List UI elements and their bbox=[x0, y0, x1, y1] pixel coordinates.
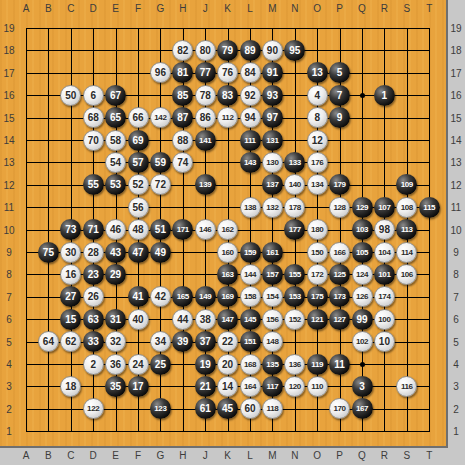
stone-Q6-move-99[interactable]: 99 bbox=[352, 309, 373, 330]
stone-L13-move-143[interactable]: 143 bbox=[240, 152, 261, 173]
label-left-12: 12 bbox=[3, 179, 14, 190]
stone-G10-move-51[interactable]: 51 bbox=[150, 219, 171, 240]
stone-L17-move-84[interactable]: 84 bbox=[240, 62, 261, 83]
stone-N7-move-153[interactable]: 153 bbox=[284, 286, 305, 307]
label-bottom-O: O bbox=[313, 450, 321, 461]
stone-D2-move-122[interactable]: 122 bbox=[83, 398, 104, 419]
stone-L18-move-89[interactable]: 89 bbox=[240, 40, 261, 61]
stone-G4-move-25[interactable]: 25 bbox=[150, 354, 171, 375]
label-bottom-N: N bbox=[291, 450, 298, 461]
stone-B9-move-75[interactable]: 75 bbox=[38, 242, 59, 263]
stone-K15-move-112[interactable]: 112 bbox=[217, 107, 238, 128]
stone-M14-move-131[interactable]: 131 bbox=[262, 130, 283, 151]
stone-J16-move-78[interactable]: 78 bbox=[195, 85, 216, 106]
stone-F14-move-69[interactable]: 69 bbox=[128, 130, 149, 151]
stone-K6-move-147[interactable]: 147 bbox=[217, 309, 238, 330]
label-top-H: H bbox=[179, 3, 186, 14]
stone-G17-move-96[interactable]: 96 bbox=[150, 62, 171, 83]
stone-S3-move-116[interactable]: 116 bbox=[396, 376, 417, 397]
label-top-A: A bbox=[23, 3, 30, 14]
stone-E16-move-67[interactable]: 67 bbox=[105, 85, 126, 106]
stone-P15-move-9[interactable]: 9 bbox=[329, 107, 350, 128]
stone-M7-move-154[interactable]: 154 bbox=[262, 286, 283, 307]
label-right-18: 18 bbox=[450, 45, 461, 56]
stone-R6-move-100[interactable]: 100 bbox=[374, 309, 395, 330]
stone-M8-move-157[interactable]: 157 bbox=[262, 264, 283, 285]
stone-F13-move-57[interactable]: 57 bbox=[128, 152, 149, 173]
stone-E4-move-36[interactable]: 36 bbox=[105, 354, 126, 375]
stone-D5-move-33[interactable]: 33 bbox=[83, 331, 104, 352]
label-left-9: 9 bbox=[6, 247, 12, 258]
stone-D6-move-63[interactable]: 63 bbox=[83, 309, 104, 330]
stone-J2-move-61[interactable]: 61 bbox=[195, 398, 216, 419]
stone-P11-move-128[interactable]: 128 bbox=[329, 197, 350, 218]
stone-G9-move-49[interactable]: 49 bbox=[150, 242, 171, 263]
stone-J14-move-141[interactable]: 141 bbox=[195, 130, 216, 151]
stone-L16-move-92[interactable]: 92 bbox=[240, 85, 261, 106]
stone-C7-move-27[interactable]: 27 bbox=[60, 286, 81, 307]
stone-J18-move-80[interactable]: 80 bbox=[195, 40, 216, 61]
stone-H6-move-44[interactable]: 44 bbox=[172, 309, 193, 330]
stone-L6-move-145[interactable]: 145 bbox=[240, 309, 261, 330]
stone-F10-move-48[interactable]: 48 bbox=[128, 219, 149, 240]
stone-K3-move-14[interactable]: 14 bbox=[217, 376, 238, 397]
stone-G12-move-72[interactable]: 72 bbox=[150, 174, 171, 195]
stone-J6-move-38[interactable]: 38 bbox=[195, 309, 216, 330]
label-left-6: 6 bbox=[6, 314, 12, 325]
stone-M15-move-97[interactable]: 97 bbox=[262, 107, 283, 128]
label-left-14: 14 bbox=[3, 135, 14, 146]
stone-F7-move-41[interactable]: 41 bbox=[128, 286, 149, 307]
stone-P12-move-179[interactable]: 179 bbox=[329, 174, 350, 195]
stone-D4-move-2[interactable]: 2 bbox=[83, 354, 104, 375]
stone-C6-move-15[interactable]: 15 bbox=[60, 309, 81, 330]
stone-R8-move-101[interactable]: 101 bbox=[374, 264, 395, 285]
label-right-11: 11 bbox=[451, 202, 461, 213]
stone-O17-move-13[interactable]: 13 bbox=[307, 62, 328, 83]
stone-D15-move-68[interactable]: 68 bbox=[83, 107, 104, 128]
label-bottom-K: K bbox=[224, 450, 231, 461]
stone-F4-move-24[interactable]: 24 bbox=[128, 354, 149, 375]
label-right-2: 2 bbox=[453, 403, 459, 414]
label-bottom-M: M bbox=[268, 450, 276, 461]
stone-F11-move-56[interactable]: 56 bbox=[128, 197, 149, 218]
stone-N10-move-177[interactable]: 177 bbox=[284, 219, 305, 240]
stone-F15-move-66[interactable]: 66 bbox=[128, 107, 149, 128]
stone-K17-move-76[interactable]: 76 bbox=[217, 62, 238, 83]
label-bottom-R: R bbox=[381, 450, 388, 461]
stone-Q10-move-103[interactable]: 103 bbox=[352, 219, 373, 240]
stone-P8-move-125[interactable]: 125 bbox=[329, 264, 350, 285]
stone-L8-move-144[interactable]: 144 bbox=[240, 264, 261, 285]
stone-C9-move-30[interactable]: 30 bbox=[60, 242, 81, 263]
stone-L4-move-168[interactable]: 168 bbox=[240, 354, 261, 375]
label-left-19: 19 bbox=[3, 23, 14, 34]
stone-O16-move-4[interactable]: 4 bbox=[307, 85, 328, 106]
stone-G2-move-123[interactable]: 123 bbox=[150, 398, 171, 419]
stone-D16-move-6[interactable]: 6 bbox=[83, 85, 104, 106]
stone-H18-move-82[interactable]: 82 bbox=[172, 40, 193, 61]
stone-L14-move-111[interactable]: 111 bbox=[240, 130, 261, 151]
go-game-record-screen: 1234567891011121314151617181920212223242… bbox=[0, 0, 465, 465]
stone-N3-move-120[interactable]: 120 bbox=[284, 376, 305, 397]
stone-Q5-move-102[interactable]: 102 bbox=[352, 331, 373, 352]
stone-K2-move-45[interactable]: 45 bbox=[217, 398, 238, 419]
label-right-7: 7 bbox=[453, 291, 459, 302]
stone-M16-move-93[interactable]: 93 bbox=[262, 85, 283, 106]
stone-N11-move-178[interactable]: 178 bbox=[284, 197, 305, 218]
label-bottom-G: G bbox=[157, 450, 165, 461]
label-left-15: 15 bbox=[3, 112, 14, 123]
stone-K16-move-83[interactable]: 83 bbox=[217, 85, 238, 106]
label-bottom-D: D bbox=[90, 450, 97, 461]
stone-F9-move-47[interactable]: 47 bbox=[128, 242, 149, 263]
stone-M2-move-118[interactable]: 118 bbox=[262, 398, 283, 419]
stone-E10-move-46[interactable]: 46 bbox=[105, 219, 126, 240]
stone-P2-move-170[interactable]: 170 bbox=[329, 398, 350, 419]
stone-N4-move-136[interactable]: 136 bbox=[284, 354, 305, 375]
stone-Q7-move-126[interactable]: 126 bbox=[352, 286, 373, 307]
label-left-10: 10 bbox=[3, 224, 14, 235]
label-bottom-J: J bbox=[203, 450, 208, 461]
label-right-3: 3 bbox=[453, 381, 459, 392]
stone-N12-move-140[interactable]: 140 bbox=[284, 174, 305, 195]
stone-Q11-move-129[interactable]: 129 bbox=[352, 197, 373, 218]
label-bottom-P: P bbox=[336, 450, 343, 461]
stone-L15-move-94[interactable]: 94 bbox=[240, 107, 261, 128]
stone-E15-move-65[interactable]: 65 bbox=[105, 107, 126, 128]
stone-J5-move-37[interactable]: 37 bbox=[195, 331, 216, 352]
stone-D9-move-28[interactable]: 28 bbox=[83, 242, 104, 263]
stone-R16-move-1[interactable]: 1 bbox=[374, 85, 395, 106]
label-top-L: L bbox=[247, 3, 253, 14]
stone-O14-move-12[interactable]: 12 bbox=[307, 130, 328, 151]
label-top-B: B bbox=[45, 3, 52, 14]
stone-L5-move-151[interactable]: 151 bbox=[240, 331, 261, 352]
stone-H14-move-88[interactable]: 88 bbox=[172, 130, 193, 151]
stone-L2-move-60[interactable]: 60 bbox=[240, 398, 261, 419]
stone-J17-move-77[interactable]: 77 bbox=[195, 62, 216, 83]
stone-P4-move-11[interactable]: 11 bbox=[329, 354, 350, 375]
label-left-2: 2 bbox=[6, 403, 12, 414]
label-left-17: 17 bbox=[3, 67, 14, 78]
grid-line-vertical-T bbox=[429, 28, 430, 432]
stone-O12-move-134[interactable]: 134 bbox=[307, 174, 328, 195]
stone-P16-move-7[interactable]: 7 bbox=[329, 85, 350, 106]
label-right-10: 10 bbox=[450, 224, 461, 235]
stone-S8-move-106[interactable]: 106 bbox=[396, 264, 417, 285]
label-right-12: 12 bbox=[450, 179, 461, 190]
stone-C8-move-16[interactable]: 16 bbox=[60, 264, 81, 285]
stone-N13-move-133[interactable]: 133 bbox=[284, 152, 305, 173]
stone-K8-move-163[interactable]: 163 bbox=[217, 264, 238, 285]
stone-E13-move-54[interactable]: 54 bbox=[105, 152, 126, 173]
stone-R7-move-174[interactable]: 174 bbox=[374, 286, 395, 307]
label-right-8: 8 bbox=[453, 269, 459, 280]
stone-E14-move-58[interactable]: 58 bbox=[105, 130, 126, 151]
stone-G13-move-59[interactable]: 59 bbox=[150, 152, 171, 173]
stone-D14-move-70[interactable]: 70 bbox=[83, 130, 104, 151]
stone-E9-move-43[interactable]: 43 bbox=[105, 242, 126, 263]
stone-G5-move-34[interactable]: 34 bbox=[150, 331, 171, 352]
label-right-1: 1 bbox=[453, 426, 459, 437]
stone-H15-move-87[interactable]: 87 bbox=[172, 107, 193, 128]
stone-M13-move-130[interactable]: 130 bbox=[262, 152, 283, 173]
stone-J4-move-19[interactable]: 19 bbox=[195, 354, 216, 375]
stone-S9-move-114[interactable]: 114 bbox=[396, 242, 417, 263]
stone-L9-move-159[interactable]: 159 bbox=[240, 242, 261, 263]
stone-H17-move-81[interactable]: 81 bbox=[172, 62, 193, 83]
stone-S11-move-108[interactable]: 108 bbox=[396, 197, 417, 218]
stone-L11-move-138[interactable]: 138 bbox=[240, 197, 261, 218]
stone-P17-move-5[interactable]: 5 bbox=[329, 62, 350, 83]
stone-J3-move-21[interactable]: 21 bbox=[195, 376, 216, 397]
label-right-6: 6 bbox=[453, 314, 459, 325]
grid-line-horizontal-1 bbox=[26, 431, 430, 432]
label-right-9: 9 bbox=[453, 247, 459, 258]
stone-F6-move-40[interactable]: 40 bbox=[128, 309, 149, 330]
stone-M18-move-90[interactable]: 90 bbox=[262, 40, 283, 61]
star-point-Q16 bbox=[360, 93, 365, 98]
stone-E5-move-32[interactable]: 32 bbox=[105, 331, 126, 352]
stone-M9-move-161[interactable]: 161 bbox=[262, 242, 283, 263]
stone-O4-move-119[interactable]: 119 bbox=[307, 354, 328, 375]
stone-O9-move-150[interactable]: 150 bbox=[307, 242, 328, 263]
stone-K10-move-162[interactable]: 162 bbox=[217, 219, 238, 240]
label-left-13: 13 bbox=[3, 157, 14, 168]
label-bottom-B: B bbox=[45, 450, 52, 461]
stone-O3-move-110[interactable]: 110 bbox=[307, 376, 328, 397]
label-left-4: 4 bbox=[6, 359, 12, 370]
label-top-P: P bbox=[336, 3, 343, 14]
label-bottom-L: L bbox=[247, 450, 253, 461]
stone-S12-move-109[interactable]: 109 bbox=[396, 174, 417, 195]
label-top-F: F bbox=[135, 3, 141, 14]
label-top-S: S bbox=[403, 3, 410, 14]
stone-K18-move-79[interactable]: 79 bbox=[217, 40, 238, 61]
stone-B5-move-64[interactable]: 64 bbox=[38, 331, 59, 352]
label-top-O: O bbox=[313, 3, 321, 14]
label-right-17: 17 bbox=[450, 67, 461, 78]
label-right-14: 14 bbox=[450, 135, 461, 146]
label-left-1: 1 bbox=[6, 426, 12, 437]
stone-N8-move-155[interactable]: 155 bbox=[284, 264, 305, 285]
label-bottom-T: T bbox=[426, 450, 432, 461]
stone-K9-move-160[interactable]: 160 bbox=[217, 242, 238, 263]
stone-G7-move-42[interactable]: 42 bbox=[150, 286, 171, 307]
stone-J15-move-86[interactable]: 86 bbox=[195, 107, 216, 128]
label-right-16: 16 bbox=[450, 90, 461, 101]
stone-K7-move-169[interactable]: 169 bbox=[217, 286, 238, 307]
stone-M3-move-117[interactable]: 117 bbox=[262, 376, 283, 397]
stone-D7-move-26[interactable]: 26 bbox=[83, 286, 104, 307]
stone-O10-move-180[interactable]: 180 bbox=[307, 219, 328, 240]
label-right-4: 4 bbox=[453, 359, 459, 370]
stone-O13-move-176[interactable]: 176 bbox=[307, 152, 328, 173]
label-top-M: M bbox=[268, 3, 276, 14]
stone-O8-move-172[interactable]: 172 bbox=[307, 264, 328, 285]
label-bottom-F: F bbox=[135, 450, 141, 461]
label-top-G: G bbox=[157, 3, 165, 14]
stone-F3-move-17[interactable]: 17 bbox=[128, 376, 149, 397]
label-left-16: 16 bbox=[3, 90, 14, 101]
stone-G15-move-142[interactable]: 142 bbox=[150, 107, 171, 128]
stone-O15-move-8[interactable]: 8 bbox=[307, 107, 328, 128]
stone-Q9-move-105[interactable]: 105 bbox=[352, 242, 373, 263]
stone-R10-move-98[interactable]: 98 bbox=[374, 219, 395, 240]
stone-E12-move-53[interactable]: 53 bbox=[105, 174, 126, 195]
stone-N18-move-95[interactable]: 95 bbox=[284, 40, 305, 61]
stone-C10-move-73[interactable]: 73 bbox=[60, 219, 81, 240]
label-right-15: 15 bbox=[450, 112, 461, 123]
stone-R11-move-107[interactable]: 107 bbox=[374, 197, 395, 218]
stone-J10-move-146[interactable]: 146 bbox=[195, 219, 216, 240]
stone-C5-move-62[interactable]: 62 bbox=[60, 331, 81, 352]
stone-H10-move-171[interactable]: 171 bbox=[172, 219, 193, 240]
label-bottom-Q: Q bbox=[358, 450, 366, 461]
stone-O7-move-175[interactable]: 175 bbox=[307, 286, 328, 307]
stone-K4-move-20[interactable]: 20 bbox=[217, 354, 238, 375]
label-bottom-C: C bbox=[67, 450, 74, 461]
stone-C3-move-18[interactable]: 18 bbox=[60, 376, 81, 397]
stone-L7-move-158[interactable]: 158 bbox=[240, 286, 261, 307]
stone-Q8-move-124[interactable]: 124 bbox=[352, 264, 373, 285]
stone-R5-move-10[interactable]: 10 bbox=[374, 331, 395, 352]
stone-P6-move-127[interactable]: 127 bbox=[329, 309, 350, 330]
label-bottom-A: A bbox=[23, 450, 30, 461]
stone-M5-move-148[interactable]: 148 bbox=[262, 331, 283, 352]
stone-M4-move-135[interactable]: 135 bbox=[262, 354, 283, 375]
stone-H16-move-85[interactable]: 85 bbox=[172, 85, 193, 106]
label-left-5: 5 bbox=[6, 336, 12, 347]
stone-E3-move-35[interactable]: 35 bbox=[105, 376, 126, 397]
stone-H7-move-165[interactable]: 165 bbox=[172, 286, 193, 307]
stone-J12-move-139[interactable]: 139 bbox=[195, 174, 216, 195]
label-left-11: 11 bbox=[4, 202, 14, 213]
stone-N6-move-152[interactable]: 152 bbox=[284, 309, 305, 330]
stone-E6-move-31[interactable]: 31 bbox=[105, 309, 126, 330]
label-right-19: 19 bbox=[450, 23, 461, 34]
stone-M11-move-132[interactable]: 132 bbox=[262, 197, 283, 218]
stone-H13-move-74[interactable]: 74 bbox=[172, 152, 193, 173]
stone-D8-move-23[interactable]: 23 bbox=[83, 264, 104, 285]
label-left-3: 3 bbox=[6, 381, 12, 392]
stone-D10-move-71[interactable]: 71 bbox=[83, 219, 104, 240]
label-top-N: N bbox=[291, 3, 298, 14]
label-bottom-H: H bbox=[179, 450, 186, 461]
label-left-7: 7 bbox=[6, 291, 12, 302]
go-board[interactable]: 1234567891011121314151617181920212223242… bbox=[0, 0, 448, 448]
stone-O6-move-121[interactable]: 121 bbox=[307, 309, 328, 330]
label-top-D: D bbox=[90, 3, 97, 14]
stone-S10-move-113[interactable]: 113 bbox=[396, 219, 417, 240]
stone-H5-move-39[interactable]: 39 bbox=[172, 331, 193, 352]
stone-T11-move-115[interactable]: 115 bbox=[419, 197, 440, 218]
stone-Q3-move-3[interactable]: 3 bbox=[352, 376, 373, 397]
stone-M12-move-137[interactable]: 137 bbox=[262, 174, 283, 195]
stone-Q2-move-167[interactable]: 167 bbox=[352, 398, 373, 419]
stone-J7-move-149[interactable]: 149 bbox=[195, 286, 216, 307]
label-bottom-S: S bbox=[403, 450, 410, 461]
label-right-13: 13 bbox=[450, 157, 461, 168]
label-right-5: 5 bbox=[453, 336, 459, 347]
label-left-18: 18 bbox=[3, 45, 14, 56]
stone-M17-move-91[interactable]: 91 bbox=[262, 62, 283, 83]
stone-L3-move-164[interactable]: 164 bbox=[240, 376, 261, 397]
label-top-J: J bbox=[203, 3, 208, 14]
label-top-Q: Q bbox=[358, 3, 366, 14]
stone-M6-move-156[interactable]: 156 bbox=[262, 309, 283, 330]
stone-F12-move-52[interactable]: 52 bbox=[128, 174, 149, 195]
stone-P7-move-173[interactable]: 173 bbox=[329, 286, 350, 307]
stone-C16-move-50[interactable]: 50 bbox=[60, 85, 81, 106]
label-top-C: C bbox=[67, 3, 74, 14]
label-top-E: E bbox=[112, 3, 119, 14]
star-point-Q4 bbox=[360, 362, 365, 367]
stone-D12-move-55[interactable]: 55 bbox=[83, 174, 104, 195]
stone-K5-move-22[interactable]: 22 bbox=[217, 331, 238, 352]
stone-E8-move-29[interactable]: 29 bbox=[105, 264, 126, 285]
stone-P9-move-166[interactable]: 166 bbox=[329, 242, 350, 263]
label-top-T: T bbox=[426, 3, 432, 14]
label-bottom-E: E bbox=[112, 450, 119, 461]
label-top-K: K bbox=[224, 3, 231, 14]
stone-R9-move-104[interactable]: 104 bbox=[374, 242, 395, 263]
label-top-R: R bbox=[381, 3, 388, 14]
label-left-8: 8 bbox=[6, 269, 12, 280]
